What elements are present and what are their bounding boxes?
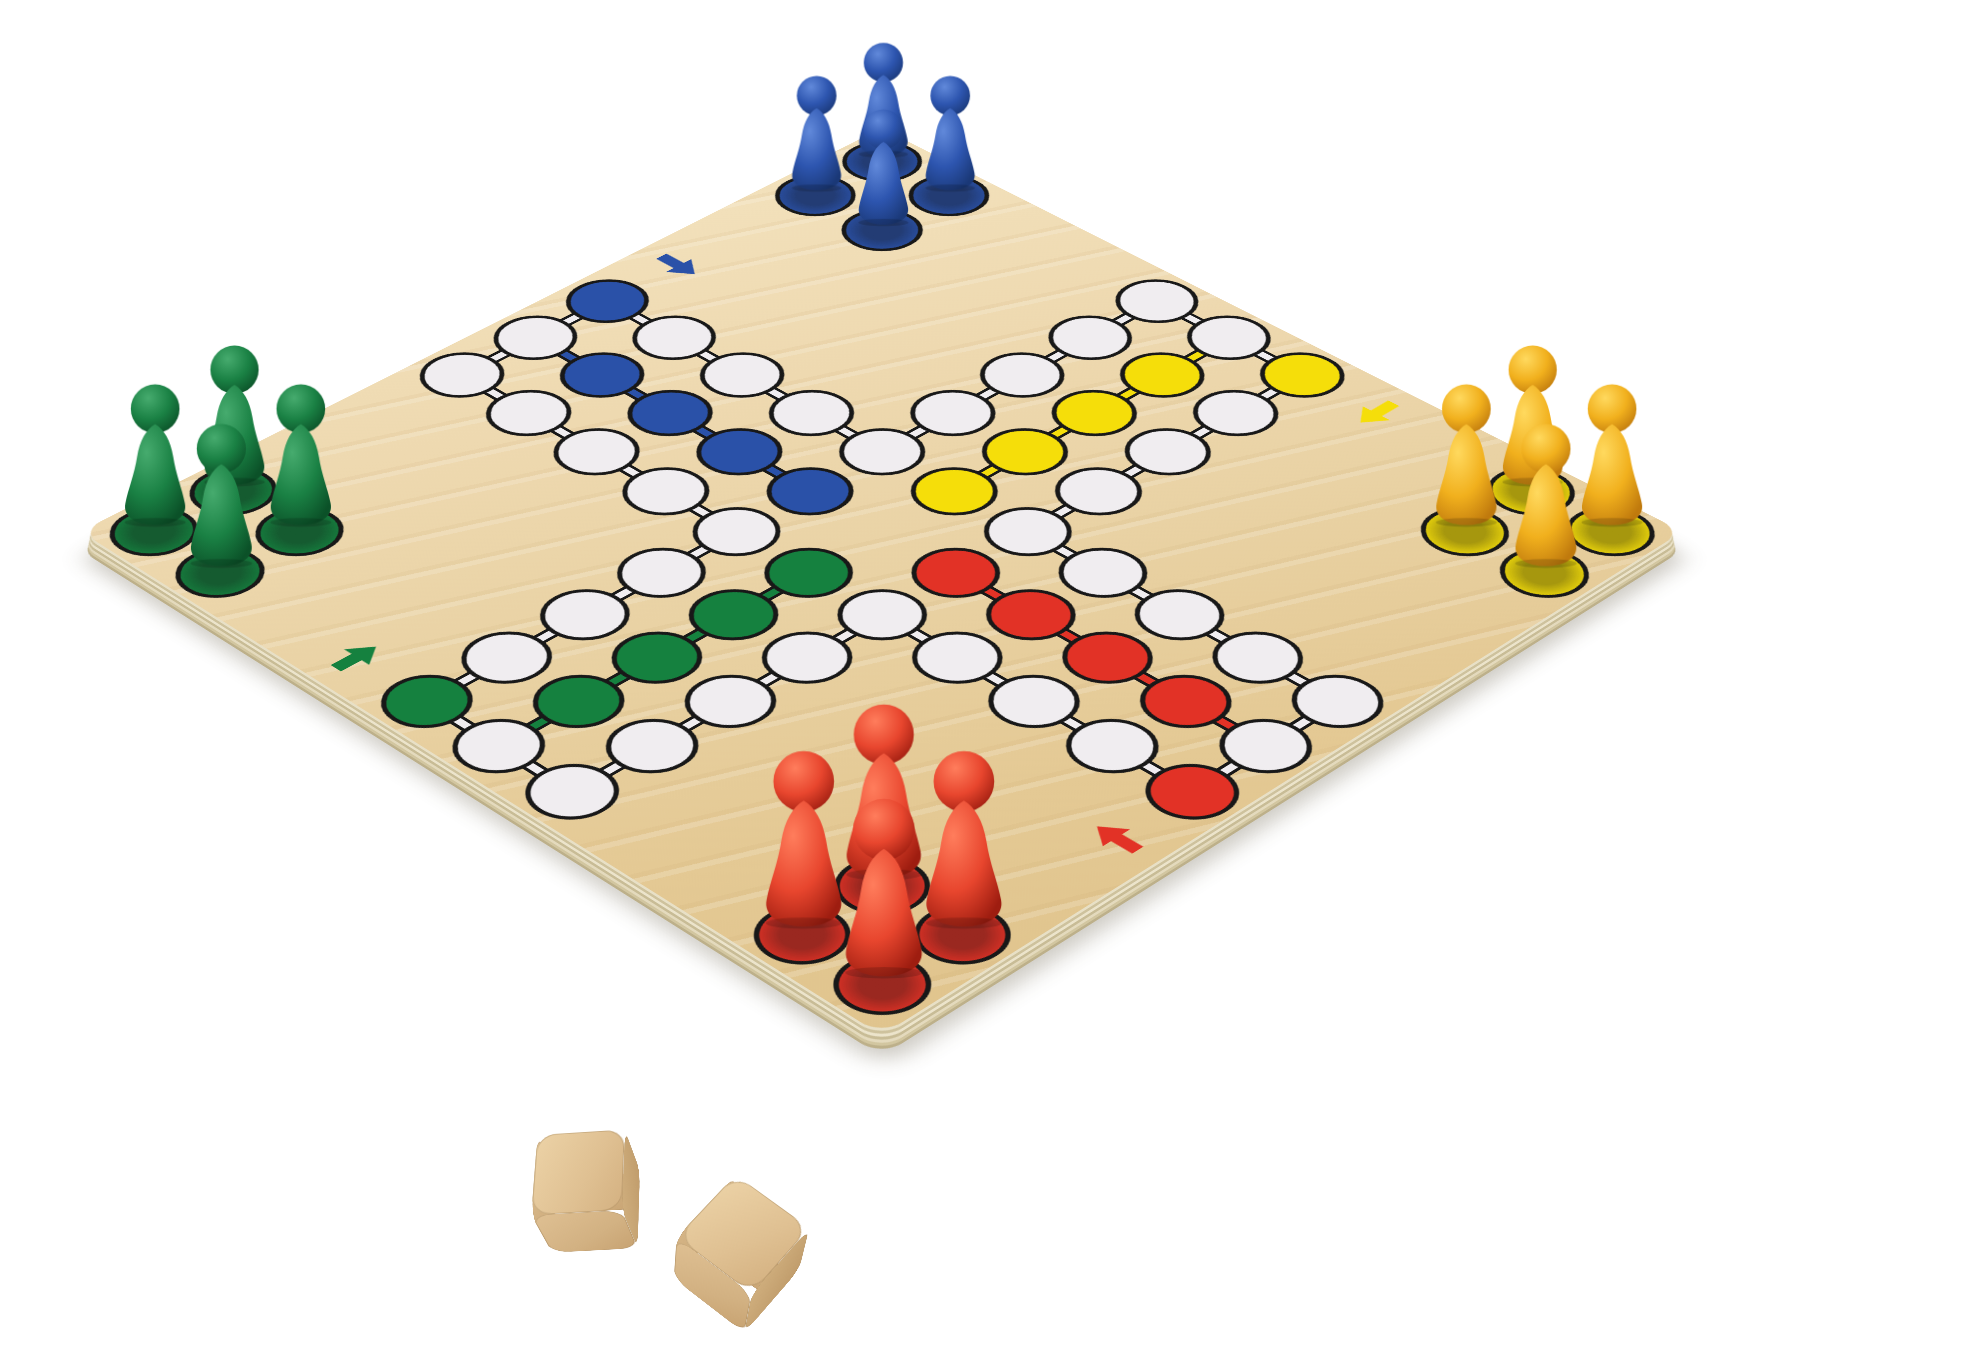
yellow-pawn[interactable]	[1420, 379, 1511, 532]
green-pawn[interactable]	[175, 419, 267, 574]
blue-pawn[interactable]	[845, 105, 920, 231]
red-pawn[interactable]	[826, 792, 941, 985]
die-face-top-2	[531, 1129, 625, 1215]
green-pawn[interactable]	[255, 379, 346, 532]
die-face-front-3	[531, 1210, 637, 1253]
ludo-board	[80, 128, 1682, 1035]
wooden-die-1[interactable]	[534, 1169, 638, 1213]
wooden-die-2[interactable]	[702, 1205, 781, 1301]
blue-pawn[interactable]	[779, 71, 853, 196]
blue-pawn[interactable]	[913, 71, 987, 196]
photo-scene	[0, 0, 1968, 1354]
yellow-pawn[interactable]	[1499, 419, 1591, 574]
dice-area	[470, 1090, 940, 1354]
